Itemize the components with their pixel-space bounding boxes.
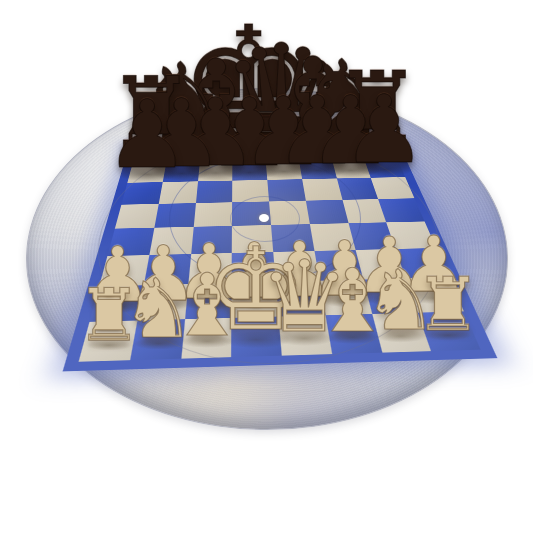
square-b3	[144, 254, 191, 286]
square-b5	[154, 203, 195, 228]
square-a8	[133, 145, 170, 163]
square-h4	[386, 221, 436, 248]
square-c6	[196, 181, 233, 203]
square-d2	[232, 282, 279, 318]
square-c1	[181, 317, 232, 358]
square-e3	[273, 251, 319, 282]
square-e8	[264, 143, 298, 161]
square-d1	[231, 316, 281, 357]
square-h8	[358, 141, 397, 159]
square-d3	[232, 252, 276, 283]
square-e4	[271, 224, 314, 252]
square-e5	[269, 200, 310, 225]
square-b7	[163, 162, 200, 182]
square-a3	[99, 255, 149, 287]
square-a7	[127, 163, 166, 183]
square-d4	[232, 225, 273, 253]
square-e7	[266, 160, 302, 180]
photo-scene: ♜♞♝♚♛♝♞♜♟♟♟♟♟♟♟♟♟♟♟♟♟♟♟♟♜♞♝♚♛♝♞♜	[0, 0, 533, 533]
square-a6	[121, 182, 162, 204]
square-c2	[185, 283, 232, 319]
square-e6	[267, 179, 305, 201]
square-h6	[371, 177, 414, 199]
square-a5	[115, 204, 159, 229]
square-c8	[199, 144, 232, 162]
square-c7	[198, 161, 233, 181]
square-f5	[306, 200, 349, 224]
square-e2	[276, 281, 325, 316]
square-c3	[188, 253, 232, 284]
square-f7	[299, 159, 337, 179]
square-c4	[191, 226, 233, 254]
square-d6	[232, 180, 269, 202]
square-h3	[396, 248, 449, 279]
square-e1	[279, 315, 332, 356]
square-f6	[302, 178, 342, 200]
square-h7	[364, 158, 405, 178]
square-b2	[137, 284, 188, 320]
square-h5	[378, 198, 424, 222]
square-c5	[193, 202, 232, 227]
square-b4	[149, 227, 193, 255]
spindle-hole	[259, 214, 269, 222]
square-d7	[232, 161, 267, 181]
square-a1	[79, 320, 138, 362]
square-f4	[310, 223, 355, 250]
square-b1	[130, 319, 185, 360]
square-a4	[107, 228, 154, 256]
square-f8	[296, 142, 332, 160]
square-b8	[166, 144, 201, 162]
square-b6	[159, 181, 198, 203]
square-d8	[233, 143, 266, 161]
square-a2	[90, 285, 144, 321]
